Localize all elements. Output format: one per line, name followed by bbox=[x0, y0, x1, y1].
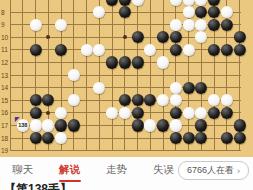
white-stone bbox=[221, 94, 233, 106]
black-stone bbox=[29, 94, 41, 106]
white-stone bbox=[182, 44, 194, 56]
row-coordinate-label: 11 bbox=[1, 46, 10, 53]
white-stone bbox=[144, 119, 156, 131]
black-stone bbox=[131, 31, 143, 43]
viewers-pill[interactable]: 6766人在看 › bbox=[178, 161, 249, 180]
black-stone bbox=[208, 18, 220, 30]
white-stone bbox=[55, 132, 67, 144]
row-coordinate-label: 12 bbox=[1, 59, 10, 66]
black-stone bbox=[221, 18, 233, 30]
white-stone bbox=[68, 94, 80, 106]
black-stone bbox=[195, 81, 207, 93]
black-stone bbox=[131, 107, 143, 119]
chevron-right-icon: › bbox=[237, 166, 240, 176]
row-coordinate-label: 9 bbox=[1, 21, 10, 28]
white-stone bbox=[106, 107, 118, 119]
grid-hline bbox=[10, 75, 241, 76]
row-coordinate-label: 16 bbox=[1, 109, 10, 116]
black-stone bbox=[119, 0, 131, 5]
white-stone bbox=[93, 6, 105, 18]
black-stone bbox=[170, 31, 182, 43]
white-stone bbox=[157, 94, 169, 106]
black-stone bbox=[233, 31, 245, 43]
black-stone bbox=[195, 119, 207, 131]
white-stone bbox=[182, 6, 194, 18]
black-stone bbox=[68, 119, 80, 131]
black-stone bbox=[195, 132, 207, 144]
white-stone bbox=[55, 107, 67, 119]
white-stone bbox=[170, 81, 182, 93]
move-number-caption: 【第138手】 bbox=[4, 181, 72, 190]
row-coordinate-label: 8 bbox=[1, 9, 10, 16]
black-stone bbox=[233, 119, 245, 131]
go-board[interactable]: 8910111213141516171819138 bbox=[0, 0, 253, 158]
white-stone bbox=[29, 18, 41, 30]
black-stone bbox=[131, 94, 143, 106]
black-stone bbox=[106, 56, 118, 68]
tab-失误[interactable]: 失误 bbox=[151, 161, 176, 182]
tab-走势[interactable]: 走势 bbox=[104, 161, 129, 182]
black-stone bbox=[208, 44, 220, 56]
white-stone bbox=[195, 18, 207, 30]
white-stone bbox=[93, 81, 105, 93]
white-stone bbox=[119, 107, 131, 119]
white-stone bbox=[221, 6, 233, 18]
bottom-tab-bar: 聊天解说走势失误 6766人在看 › 【第138手】 bbox=[0, 157, 253, 190]
white-stone bbox=[182, 107, 194, 119]
black-stone bbox=[233, 132, 245, 144]
black-stone bbox=[182, 81, 194, 93]
white-stone bbox=[170, 18, 182, 30]
row-coordinate-label: 19 bbox=[1, 147, 10, 154]
row-coordinate-label: 15 bbox=[1, 97, 10, 104]
black-stone bbox=[221, 44, 233, 56]
white-stone bbox=[68, 69, 80, 81]
black-stone bbox=[144, 94, 156, 106]
row-coordinate-label: 18 bbox=[1, 135, 10, 142]
black-stone bbox=[208, 6, 220, 18]
white-stone: 138 bbox=[17, 119, 29, 131]
black-stone bbox=[29, 44, 41, 56]
star-point bbox=[46, 111, 50, 115]
grid-hline bbox=[10, 49, 241, 50]
row-coordinate-label: 13 bbox=[1, 72, 10, 79]
grid-hline bbox=[10, 150, 241, 151]
black-stone bbox=[170, 132, 182, 144]
white-stone bbox=[170, 94, 182, 106]
white-stone bbox=[182, 0, 194, 5]
black-stone bbox=[29, 132, 41, 144]
tab-聊天[interactable]: 聊天 bbox=[10, 161, 35, 182]
black-stone bbox=[131, 119, 143, 131]
white-stone bbox=[170, 119, 182, 131]
black-stone bbox=[182, 132, 194, 144]
white-stone bbox=[195, 107, 207, 119]
white-stone bbox=[144, 44, 156, 56]
star-point bbox=[46, 35, 50, 39]
last-move-marker-icon bbox=[15, 117, 20, 122]
tab-list: 聊天解说走势失误 bbox=[10, 161, 176, 182]
white-stone bbox=[195, 31, 207, 43]
black-stone bbox=[170, 107, 182, 119]
black-stone bbox=[55, 44, 67, 56]
white-stone bbox=[131, 0, 143, 5]
black-stone bbox=[221, 132, 233, 144]
black-stone bbox=[42, 132, 54, 144]
white-stone bbox=[182, 18, 194, 30]
white-stone bbox=[42, 119, 54, 131]
white-stone bbox=[208, 94, 220, 106]
black-stone bbox=[131, 56, 143, 68]
black-stone bbox=[119, 6, 131, 18]
white-stone bbox=[170, 0, 182, 5]
black-stone bbox=[195, 6, 207, 18]
black-stone bbox=[119, 94, 131, 106]
black-stone bbox=[106, 0, 118, 5]
black-stone bbox=[221, 107, 233, 119]
black-stone bbox=[42, 94, 54, 106]
go-live-screen: 8910111213141516171819138 聊天解说走势失误 6766人… bbox=[0, 0, 253, 190]
black-stone bbox=[208, 107, 220, 119]
black-stone bbox=[170, 44, 182, 56]
black-stone bbox=[157, 31, 169, 43]
tab-解说[interactable]: 解说 bbox=[57, 161, 82, 182]
white-stone bbox=[157, 56, 169, 68]
black-stone bbox=[55, 119, 67, 131]
black-stone bbox=[233, 44, 245, 56]
white-stone bbox=[93, 44, 105, 56]
white-stone bbox=[29, 119, 41, 131]
white-stone bbox=[55, 18, 67, 30]
row-coordinate-label: 14 bbox=[1, 84, 10, 91]
black-stone bbox=[157, 119, 169, 131]
row-coordinate-label: 10 bbox=[1, 34, 10, 41]
white-stone bbox=[80, 44, 92, 56]
black-stone bbox=[29, 107, 41, 119]
viewers-count: 6766人在看 bbox=[187, 164, 234, 177]
black-stone bbox=[208, 0, 220, 5]
star-point bbox=[123, 35, 127, 39]
black-stone bbox=[119, 56, 131, 68]
white-stone bbox=[195, 0, 207, 5]
row-coordinate-label: 17 bbox=[1, 122, 10, 129]
